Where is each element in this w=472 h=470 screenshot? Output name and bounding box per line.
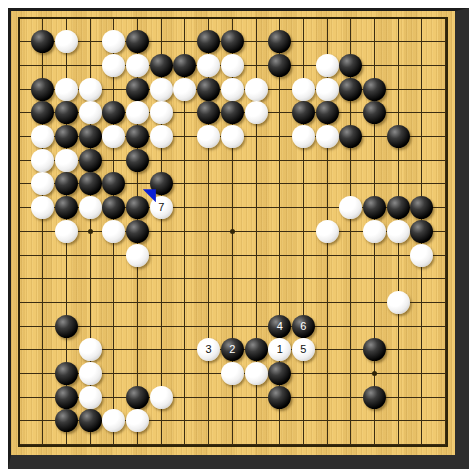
stone-black[interactable]	[126, 220, 149, 243]
stone-white[interactable]	[79, 101, 102, 124]
stone-white[interactable]	[221, 78, 244, 101]
stone-white[interactable]	[79, 386, 102, 409]
stone-black[interactable]	[79, 172, 102, 195]
stone-black[interactable]	[55, 315, 78, 338]
stone-white[interactable]	[150, 386, 173, 409]
stone-black[interactable]	[245, 338, 268, 361]
stone-white[interactable]	[55, 220, 78, 243]
stone-black[interactable]	[363, 78, 386, 101]
stone-black-numbered[interactable]: 6	[292, 315, 315, 338]
stone-black[interactable]	[79, 149, 102, 172]
stone-black[interactable]	[126, 125, 149, 148]
stone-black[interactable]	[126, 78, 149, 101]
stone-black[interactable]	[126, 196, 149, 219]
stone-white[interactable]	[292, 125, 315, 148]
stone-black[interactable]	[126, 149, 149, 172]
stone-white[interactable]	[150, 101, 173, 124]
stone-white[interactable]	[79, 196, 102, 219]
stone-black[interactable]	[55, 125, 78, 148]
stone-white[interactable]	[79, 338, 102, 361]
stone-white[interactable]	[245, 101, 268, 124]
stone-black[interactable]	[79, 125, 102, 148]
stone-white[interactable]	[316, 54, 339, 77]
stone-white[interactable]	[316, 125, 339, 148]
stone-white[interactable]	[221, 362, 244, 385]
star-point	[372, 371, 377, 376]
stone-white[interactable]	[55, 78, 78, 101]
stone-white[interactable]	[55, 149, 78, 172]
stone-white[interactable]	[150, 125, 173, 148]
stone-black[interactable]	[79, 409, 102, 432]
stone-white[interactable]	[363, 220, 386, 243]
stone-black[interactable]	[55, 386, 78, 409]
stone-black[interactable]	[387, 196, 410, 219]
stone-black[interactable]	[55, 362, 78, 385]
stone-white[interactable]	[126, 54, 149, 77]
stone-black[interactable]	[387, 125, 410, 148]
stone-white[interactable]	[150, 78, 173, 101]
stone-white[interactable]	[102, 220, 125, 243]
stone-white[interactable]	[410, 244, 433, 267]
stone-black[interactable]	[197, 78, 220, 101]
stone-black[interactable]	[316, 101, 339, 124]
star-point	[230, 229, 235, 234]
go-app-window: 7463215	[0, 0, 472, 470]
stone-black[interactable]	[268, 386, 291, 409]
stone-black[interactable]	[339, 78, 362, 101]
stone-white[interactable]	[31, 149, 54, 172]
go-board[interactable]: 7463215	[11, 11, 455, 455]
stone-white[interactable]	[55, 30, 78, 53]
stone-white[interactable]	[221, 125, 244, 148]
stone-white[interactable]	[316, 78, 339, 101]
star-point	[88, 229, 93, 234]
stone-black[interactable]	[126, 386, 149, 409]
stone-white[interactable]	[316, 220, 339, 243]
board-frame: 7463215	[8, 8, 469, 469]
stone-white[interactable]	[79, 78, 102, 101]
stone-white[interactable]	[197, 125, 220, 148]
stone-white[interactable]	[126, 244, 149, 267]
stone-white[interactable]	[245, 362, 268, 385]
stone-black[interactable]	[221, 101, 244, 124]
stone-white[interactable]	[79, 362, 102, 385]
stone-black-numbered[interactable]: 4	[268, 315, 291, 338]
stone-black[interactable]	[268, 54, 291, 77]
stone-white[interactable]	[197, 54, 220, 77]
stone-black[interactable]	[221, 30, 244, 53]
stone-black[interactable]	[55, 196, 78, 219]
stone-white[interactable]	[173, 78, 196, 101]
stone-black[interactable]	[31, 78, 54, 101]
stone-white[interactable]	[245, 78, 268, 101]
stone-white[interactable]	[387, 291, 410, 314]
stone-white[interactable]	[221, 54, 244, 77]
stone-black[interactable]	[363, 386, 386, 409]
stone-black[interactable]	[150, 54, 173, 77]
stone-white[interactable]	[387, 220, 410, 243]
stone-black-numbered[interactable]: 2	[221, 338, 244, 361]
stone-black[interactable]	[363, 196, 386, 219]
stone-white[interactable]	[292, 78, 315, 101]
